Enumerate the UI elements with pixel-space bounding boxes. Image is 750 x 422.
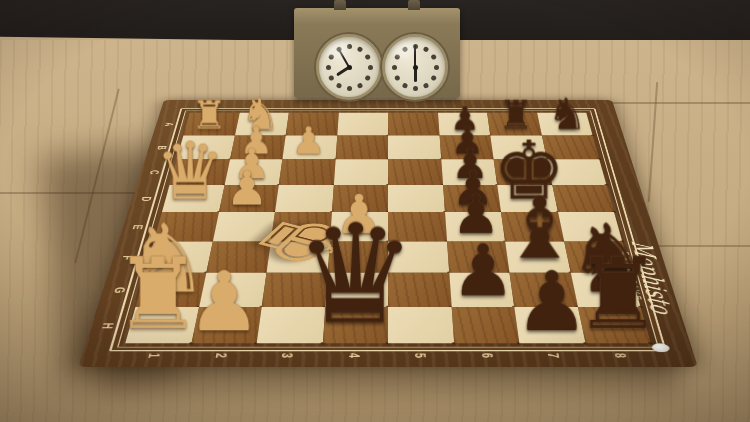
square-c4 [333,159,388,185]
dial-tick [326,65,331,70]
coord-rank-3: 3 [278,353,296,358]
dial-center-pin [347,65,352,70]
white-queen-d1: ♛ [155,133,226,212]
coord-rank-2: 2 [212,353,231,358]
dial-tick [392,65,397,70]
dial-tick [422,82,429,89]
coord-rank-5: 5 [412,353,430,358]
clock-left-dial [316,34,382,100]
dial-tick [335,82,342,89]
square-c3 [279,159,335,185]
dial-tick [327,74,334,81]
dial-tick [368,65,373,70]
black-queen-h4: ♛ [294,206,417,343]
dial-center-pin [413,65,418,70]
coord-file-d: D [139,196,155,201]
square-c5 [388,159,443,185]
dial-tick [356,82,363,89]
coord-rank-4: 4 [345,353,363,358]
square-g6: ♟ [449,273,514,307]
square-h4: ♛ [322,307,388,344]
dial-tick [393,74,400,81]
dial-tick [413,86,418,91]
square-h6 [451,307,519,344]
dial-tick [356,45,363,52]
square-h2: ♟ [191,307,262,344]
photo-scene: ♜♞♟♜♞♟♟♟♟♟♛♟♟♚♟♟♝♞♟♞♜♟♛♟♜ ♚ Mephisto EXC… [0,0,750,422]
clock-right-button [408,0,420,10]
dial-tick [401,82,408,89]
black-rook-h8: ♜ [573,244,662,343]
board-grid: ♜♞♟♜♞♟♟♟♟♟♛♟♟♚♟♟♝♞♟♞♜♟♛♟♜ [125,113,650,344]
white-pawn-d2: ♟ [226,165,268,212]
coord-file-a: A [162,123,177,127]
square-h8: ♜ [577,307,650,344]
square-d2: ♟ [219,185,279,212]
coord-file-b: B [155,146,170,150]
square-b5 [388,135,441,159]
dial-tick [430,74,437,81]
square-b3: ♟ [282,135,336,159]
dial-tick [430,53,437,60]
square-a5 [388,113,439,135]
coord-rank-1: 1 [145,353,164,358]
white-pawn-h2: ♟ [187,260,261,342]
coord-rank-6: 6 [478,353,496,358]
dial-tick [347,86,352,91]
coord-file-c: C [147,170,163,174]
square-a4 [337,113,388,135]
dial-tick [364,74,371,81]
clock-right-dial [382,34,448,100]
chess-clock [294,8,460,98]
chess-board: ♜♞♟♜♞♟♟♟♟♟♛♟♟♚♟♟♝♞♟♞♜♟♛♟♜ ♚ Mephisto EXC… [78,100,698,367]
clock-left-button [334,0,346,10]
coord-rank-8: 8 [611,353,630,358]
coord-rank-7: 7 [544,353,563,358]
black-pawn-g6: ♟ [451,235,515,306]
white-pawn-b3: ♟ [292,121,325,158]
dial-tick [422,45,429,52]
square-b4 [335,135,388,159]
dial-tick [364,53,371,60]
dial-tick [434,65,439,70]
